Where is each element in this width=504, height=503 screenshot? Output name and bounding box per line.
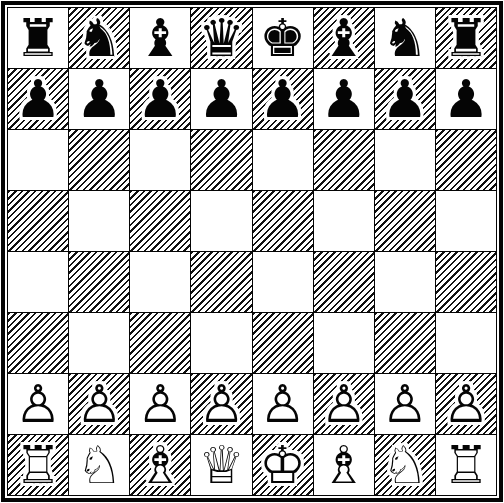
square-c1[interactable]: ♝♗ <box>130 435 190 495</box>
square-d8[interactable]: ♛♛ <box>191 8 251 68</box>
square-h7[interactable]: ♟♟ <box>436 69 496 129</box>
square-e3[interactable] <box>253 313 313 373</box>
square-d3[interactable] <box>191 313 251 373</box>
square-c6[interactable] <box>130 130 190 190</box>
piece-glyph: ♞ <box>375 8 435 68</box>
piece-black-bishop[interactable]: ♝♝ <box>130 8 190 68</box>
square-a7[interactable]: ♟♟ <box>8 69 68 129</box>
square-g7[interactable]: ♟♟ <box>375 69 435 129</box>
piece-black-pawn[interactable]: ♟♟ <box>253 69 313 129</box>
square-h3[interactable] <box>436 313 496 373</box>
square-a6[interactable] <box>8 130 68 190</box>
piece-glyph: ♟ <box>375 69 435 129</box>
square-e1[interactable]: ♚♔ <box>253 435 313 495</box>
square-f5[interactable] <box>314 191 374 251</box>
piece-white-pawn[interactable]: ♟♙ <box>8 374 68 434</box>
square-f1[interactable]: ♝♗ <box>314 435 374 495</box>
piece-white-pawn[interactable]: ♟♙ <box>130 374 190 434</box>
square-e2[interactable]: ♟♙ <box>253 374 313 434</box>
piece-white-rook[interactable]: ♜♖ <box>8 435 68 495</box>
square-e6[interactable] <box>253 130 313 190</box>
square-b7[interactable]: ♟♟ <box>69 69 129 129</box>
square-g4[interactable] <box>375 252 435 312</box>
square-d7[interactable]: ♟♟ <box>191 69 251 129</box>
square-f2[interactable]: ♟♙ <box>314 374 374 434</box>
piece-glyph: ♙ <box>253 374 313 434</box>
square-g2[interactable]: ♟♙ <box>375 374 435 434</box>
piece-white-pawn[interactable]: ♟♙ <box>191 374 251 434</box>
square-b1[interactable]: ♞♘ <box>69 435 129 495</box>
piece-glyph: ♟ <box>314 69 374 129</box>
square-h1[interactable]: ♜♖ <box>436 435 496 495</box>
piece-glyph: ♝ <box>314 8 374 68</box>
square-h5[interactable] <box>436 191 496 251</box>
piece-white-pawn[interactable]: ♟♙ <box>375 374 435 434</box>
square-e4[interactable] <box>253 252 313 312</box>
piece-black-knight[interactable]: ♞♞ <box>375 8 435 68</box>
piece-glyph: ♖ <box>436 435 496 495</box>
piece-glyph: ♖ <box>8 435 68 495</box>
square-g6[interactable] <box>375 130 435 190</box>
square-f3[interactable] <box>314 313 374 373</box>
piece-black-pawn[interactable]: ♟♟ <box>69 69 129 129</box>
square-c5[interactable] <box>130 191 190 251</box>
square-f7[interactable]: ♟♟ <box>314 69 374 129</box>
piece-black-pawn[interactable]: ♟♟ <box>375 69 435 129</box>
piece-glyph: ♙ <box>130 374 190 434</box>
square-h2[interactable]: ♟♙ <box>436 374 496 434</box>
piece-black-rook[interactable]: ♜♜ <box>436 8 496 68</box>
square-f8[interactable]: ♝♝ <box>314 8 374 68</box>
piece-black-pawn[interactable]: ♟♟ <box>191 69 251 129</box>
square-f4[interactable] <box>314 252 374 312</box>
piece-glyph: ♘ <box>375 435 435 495</box>
piece-white-queen[interactable]: ♛♕ <box>191 435 251 495</box>
piece-black-pawn[interactable]: ♟♟ <box>8 69 68 129</box>
piece-glyph: ♞ <box>69 8 129 68</box>
square-d1[interactable]: ♛♕ <box>191 435 251 495</box>
piece-black-king[interactable]: ♚♚ <box>253 8 313 68</box>
square-a4[interactable] <box>8 252 68 312</box>
square-c7[interactable]: ♟♟ <box>130 69 190 129</box>
piece-black-pawn[interactable]: ♟♟ <box>130 69 190 129</box>
piece-glyph: ♟ <box>69 69 129 129</box>
piece-black-bishop[interactable]: ♝♝ <box>314 8 374 68</box>
piece-white-knight[interactable]: ♞♘ <box>375 435 435 495</box>
piece-glyph: ♙ <box>375 374 435 434</box>
piece-glyph: ♝ <box>130 8 190 68</box>
square-g3[interactable] <box>375 313 435 373</box>
piece-black-pawn[interactable]: ♟♟ <box>314 69 374 129</box>
square-b3[interactable] <box>69 313 129 373</box>
piece-black-pawn[interactable]: ♟♟ <box>436 69 496 129</box>
piece-glyph: ♟ <box>253 69 313 129</box>
square-g5[interactable] <box>375 191 435 251</box>
square-g1[interactable]: ♞♘ <box>375 435 435 495</box>
square-c2[interactable]: ♟♙ <box>130 374 190 434</box>
square-f6[interactable] <box>314 130 374 190</box>
square-e5[interactable] <box>253 191 313 251</box>
square-a1[interactable]: ♜♖ <box>8 435 68 495</box>
piece-glyph: ♘ <box>69 435 129 495</box>
piece-glyph: ♙ <box>8 374 68 434</box>
square-b6[interactable] <box>69 130 129 190</box>
piece-white-pawn[interactable]: ♟♙ <box>436 374 496 434</box>
square-d5[interactable] <box>191 191 251 251</box>
piece-glyph: ♟ <box>8 69 68 129</box>
square-c8[interactable]: ♝♝ <box>130 8 190 68</box>
piece-white-pawn[interactable]: ♟♙ <box>69 374 129 434</box>
piece-white-king[interactable]: ♚♔ <box>253 435 313 495</box>
chess-board: ♜♜♞♞♝♝♛♛♚♚♝♝♞♞♜♜♟♟♟♟♟♟♟♟♟♟♟♟♟♟♟♟♟♙♟♙♟♙♟♙… <box>7 7 497 496</box>
piece-glyph: ♙ <box>69 374 129 434</box>
square-b5[interactable] <box>69 191 129 251</box>
square-b4[interactable] <box>69 252 129 312</box>
piece-black-knight[interactable]: ♞♞ <box>69 8 129 68</box>
piece-glyph: ♙ <box>191 374 251 434</box>
square-a2[interactable]: ♟♙ <box>8 374 68 434</box>
square-d4[interactable] <box>191 252 251 312</box>
piece-glyph: ♜ <box>8 8 68 68</box>
piece-glyph: ♟ <box>130 69 190 129</box>
square-h8[interactable]: ♜♜ <box>436 8 496 68</box>
square-b2[interactable]: ♟♙ <box>69 374 129 434</box>
piece-glyph: ♟ <box>191 69 251 129</box>
piece-glyph: ♙ <box>314 374 374 434</box>
piece-black-queen[interactable]: ♛♛ <box>191 8 251 68</box>
piece-glyph: ♚ <box>253 8 313 68</box>
square-a3[interactable] <box>8 313 68 373</box>
piece-glyph: ♗ <box>130 435 190 495</box>
square-a8[interactable]: ♜♜ <box>8 8 68 68</box>
piece-glyph: ♗ <box>314 435 374 495</box>
piece-glyph: ♕ <box>191 435 251 495</box>
chess-board-inner-border: ♜♜♞♞♝♝♛♛♚♚♝♝♞♞♜♜♟♟♟♟♟♟♟♟♟♟♟♟♟♟♟♟♟♙♟♙♟♙♟♙… <box>5 5 499 498</box>
piece-glyph: ♔ <box>253 435 313 495</box>
piece-white-knight[interactable]: ♞♘ <box>69 435 129 495</box>
piece-black-rook[interactable]: ♜♜ <box>8 8 68 68</box>
piece-glyph: ♟ <box>436 69 496 129</box>
square-a5[interactable] <box>8 191 68 251</box>
square-d6[interactable] <box>191 130 251 190</box>
square-c3[interactable] <box>130 313 190 373</box>
square-h6[interactable] <box>436 130 496 190</box>
square-e7[interactable]: ♟♟ <box>253 69 313 129</box>
page: ♜♜♞♞♝♝♛♛♚♚♝♝♞♞♜♜♟♟♟♟♟♟♟♟♟♟♟♟♟♟♟♟♟♙♟♙♟♙♟♙… <box>0 0 504 503</box>
piece-white-pawn[interactable]: ♟♙ <box>314 374 374 434</box>
square-c4[interactable] <box>130 252 190 312</box>
square-g8[interactable]: ♞♞ <box>375 8 435 68</box>
square-e8[interactable]: ♚♚ <box>253 8 313 68</box>
piece-white-bishop[interactable]: ♝♗ <box>130 435 190 495</box>
piece-glyph: ♛ <box>191 8 251 68</box>
square-b8[interactable]: ♞♞ <box>69 8 129 68</box>
square-h4[interactable] <box>436 252 496 312</box>
square-d2[interactable]: ♟♙ <box>191 374 251 434</box>
piece-white-pawn[interactable]: ♟♙ <box>253 374 313 434</box>
piece-white-rook[interactable]: ♜♖ <box>436 435 496 495</box>
piece-glyph: ♜ <box>436 8 496 68</box>
chess-board-frame: ♜♜♞♞♝♝♛♛♚♚♝♝♞♞♜♜♟♟♟♟♟♟♟♟♟♟♟♟♟♟♟♟♟♙♟♙♟♙♟♙… <box>1 1 503 502</box>
piece-white-bishop[interactable]: ♝♗ <box>314 435 374 495</box>
piece-glyph: ♙ <box>436 374 496 434</box>
